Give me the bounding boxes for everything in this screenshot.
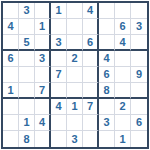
cell-r4c6[interactable] [83,51,99,67]
cell-r3c7[interactable] [99,35,115,51]
cell-r6c4[interactable] [51,83,67,99]
cell-r5c3[interactable] [35,67,51,83]
cell-r7c3[interactable] [35,99,51,115]
cell-r3c6[interactable]: 6 [83,35,99,51]
cell-r8c5[interactable] [67,115,83,131]
cell-r2c2[interactable] [19,19,35,35]
cell-r9c2[interactable]: 8 [19,131,35,147]
cell-r7c4[interactable]: 4 [51,99,67,115]
cell-r5c8[interactable] [115,67,131,83]
cell-r4c5[interactable]: 2 [67,51,83,67]
cell-r2c5[interactable] [67,19,83,35]
cell-r7c7[interactable] [99,99,115,115]
cell-r1c9[interactable] [131,3,147,19]
cell-r7c8[interactable]: 2 [115,99,131,115]
cell-r8c6[interactable] [83,115,99,131]
cell-r1c4[interactable]: 1 [51,3,67,19]
cell-r5c6[interactable] [83,67,99,83]
cell-r2c7[interactable] [99,19,115,35]
cell-r7c9[interactable] [131,99,147,115]
cell-r6c1[interactable]: 1 [3,83,19,99]
cell-r9c9[interactable] [131,131,147,147]
cell-r1c6[interactable]: 4 [83,3,99,19]
cell-r8c8[interactable] [115,115,131,131]
cell-r9c3[interactable] [35,131,51,147]
cell-r9c8[interactable]: 1 [115,131,131,147]
cell-r6c6[interactable] [83,83,99,99]
cell-r2c4[interactable] [51,19,67,35]
sudoku-board: 31441635364632476917841721436831 [1,1,149,149]
cell-r4c9[interactable] [131,51,147,67]
cell-r3c1[interactable] [3,35,19,51]
cell-r1c8[interactable] [115,3,131,19]
cell-r3c2[interactable]: 5 [19,35,35,51]
cell-r4c8[interactable] [115,51,131,67]
cell-r6c2[interactable] [19,83,35,99]
cell-r8c3[interactable]: 4 [35,115,51,131]
cell-r1c1[interactable] [3,3,19,19]
cell-r5c4[interactable]: 7 [51,67,67,83]
cell-r7c5[interactable]: 1 [67,99,83,115]
cell-r8c1[interactable] [3,115,19,131]
cell-r7c2[interactable] [19,99,35,115]
cell-r9c7[interactable] [99,131,115,147]
cell-r8c4[interactable] [51,115,67,131]
cell-r5c2[interactable] [19,67,35,83]
cell-r8c2[interactable]: 1 [19,115,35,131]
cell-r3c5[interactable] [67,35,83,51]
cell-r5c5[interactable] [67,67,83,83]
cell-r6c9[interactable] [131,83,147,99]
cell-r9c6[interactable] [83,131,99,147]
cell-r6c7[interactable]: 8 [99,83,115,99]
sudoku-page: 31441635364632476917841721436831 [0,0,150,150]
cell-r2c6[interactable] [83,19,99,35]
cell-r4c1[interactable]: 6 [3,51,19,67]
cell-r9c5[interactable]: 3 [67,131,83,147]
cell-r7c6[interactable]: 7 [83,99,99,115]
cell-r4c3[interactable]: 3 [35,51,51,67]
cell-r3c4[interactable]: 3 [51,35,67,51]
cell-r1c7[interactable] [99,3,115,19]
cell-r3c8[interactable]: 4 [115,35,131,51]
cell-r6c8[interactable] [115,83,131,99]
cell-r5c9[interactable]: 9 [131,67,147,83]
cell-r9c4[interactable] [51,131,67,147]
cell-r5c7[interactable]: 6 [99,67,115,83]
cell-r3c9[interactable] [131,35,147,51]
cell-r7c1[interactable] [3,99,19,115]
cell-r1c2[interactable]: 3 [19,3,35,19]
cell-r3c3[interactable] [35,35,51,51]
cell-r8c7[interactable]: 3 [99,115,115,131]
cell-r4c2[interactable] [19,51,35,67]
cell-r8c9[interactable]: 6 [131,115,147,131]
cell-r6c3[interactable]: 7 [35,83,51,99]
cell-r1c5[interactable] [67,3,83,19]
cell-r2c1[interactable]: 4 [3,19,19,35]
cell-r1c3[interactable] [35,3,51,19]
cell-r6c5[interactable] [67,83,83,99]
cell-r9c1[interactable] [3,131,19,147]
cell-r5c1[interactable] [3,67,19,83]
cell-r2c8[interactable]: 6 [115,19,131,35]
cell-r2c9[interactable]: 3 [131,19,147,35]
cell-r2c3[interactable]: 1 [35,19,51,35]
cell-r4c4[interactable] [51,51,67,67]
cell-r4c7[interactable]: 4 [99,51,115,67]
